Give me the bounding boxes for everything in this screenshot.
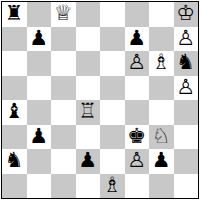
square-e8[interactable] <box>100 2 125 27</box>
square-e3[interactable] <box>100 125 125 150</box>
square-c8[interactable]: ♕ <box>51 2 76 27</box>
square-a3[interactable] <box>2 125 27 150</box>
square-d6[interactable] <box>76 51 101 76</box>
square-f6[interactable]: ♙ <box>125 51 150 76</box>
square-e6[interactable] <box>100 51 125 76</box>
square-a2[interactable]: ♞ <box>2 149 27 174</box>
square-g2[interactable]: ♟ <box>149 149 174 174</box>
square-a8[interactable]: ♜ <box>2 2 27 27</box>
chess-diagram: ♜♕♔♟♟♙♙♗♞♙♝♖♟♚♘♞♟♙♟♗ <box>0 0 202 202</box>
piece-white-king: ♔ <box>176 2 195 26</box>
piece-black-pawn: ♟ <box>29 125 48 149</box>
piece-white-queen: ♕ <box>54 2 73 26</box>
square-d8[interactable] <box>76 2 101 27</box>
square-g6[interactable]: ♗ <box>149 51 174 76</box>
piece-black-bishop: ♝ <box>5 100 24 124</box>
square-f1[interactable] <box>125 174 150 199</box>
square-b6[interactable] <box>27 51 52 76</box>
square-a7[interactable] <box>2 27 27 52</box>
square-b2[interactable] <box>27 149 52 174</box>
square-g7[interactable] <box>149 27 174 52</box>
square-e2[interactable] <box>100 149 125 174</box>
square-g3[interactable]: ♘ <box>149 125 174 150</box>
piece-black-pawn: ♟ <box>127 27 146 51</box>
square-b7[interactable]: ♟ <box>27 27 52 52</box>
square-h3[interactable] <box>174 125 199 150</box>
square-d1[interactable] <box>76 174 101 199</box>
piece-black-knight: ♞ <box>5 149 24 173</box>
square-g1[interactable] <box>149 174 174 199</box>
square-c4[interactable] <box>51 100 76 125</box>
piece-black-knight: ♞ <box>176 51 195 75</box>
square-b4[interactable] <box>27 100 52 125</box>
square-c2[interactable] <box>51 149 76 174</box>
piece-white-pawn: ♙ <box>127 51 146 75</box>
square-b3[interactable]: ♟ <box>27 125 52 150</box>
square-b8[interactable] <box>27 2 52 27</box>
square-c3[interactable] <box>51 125 76 150</box>
chess-board: ♜♕♔♟♟♙♙♗♞♙♝♖♟♚♘♞♟♙♟♗ <box>1 1 199 199</box>
square-e7[interactable] <box>100 27 125 52</box>
piece-black-pawn: ♟ <box>78 149 97 173</box>
square-e5[interactable] <box>100 76 125 101</box>
piece-white-pawn: ♙ <box>176 27 195 51</box>
square-h7[interactable]: ♙ <box>174 27 199 52</box>
square-f4[interactable] <box>125 100 150 125</box>
square-a1[interactable] <box>2 174 27 199</box>
square-h6[interactable]: ♞ <box>174 51 199 76</box>
square-h1[interactable] <box>174 174 199 199</box>
square-h8[interactable]: ♔ <box>174 2 199 27</box>
piece-white-pawn: ♙ <box>127 149 146 173</box>
square-h4[interactable] <box>174 100 199 125</box>
square-c5[interactable] <box>51 76 76 101</box>
square-f3[interactable]: ♚ <box>125 125 150 150</box>
piece-black-rook: ♜ <box>5 2 24 26</box>
square-c1[interactable] <box>51 174 76 199</box>
piece-black-pawn: ♟ <box>152 149 171 173</box>
square-f5[interactable] <box>125 76 150 101</box>
square-f8[interactable] <box>125 2 150 27</box>
piece-white-bishop: ♗ <box>103 174 122 198</box>
square-d5[interactable] <box>76 76 101 101</box>
piece-black-pawn: ♟ <box>29 27 48 51</box>
piece-white-pawn: ♙ <box>176 76 195 100</box>
square-d2[interactable]: ♟ <box>76 149 101 174</box>
square-g8[interactable] <box>149 2 174 27</box>
square-d7[interactable] <box>76 27 101 52</box>
square-b5[interactable] <box>27 76 52 101</box>
square-f2[interactable]: ♙ <box>125 149 150 174</box>
piece-white-rook: ♖ <box>78 100 97 124</box>
square-d4[interactable]: ♖ <box>76 100 101 125</box>
square-f7[interactable]: ♟ <box>125 27 150 52</box>
square-d3[interactable] <box>76 125 101 150</box>
piece-black-king: ♚ <box>127 125 146 149</box>
square-c7[interactable] <box>51 27 76 52</box>
piece-white-bishop: ♗ <box>152 51 171 75</box>
square-a4[interactable]: ♝ <box>2 100 27 125</box>
square-g5[interactable] <box>149 76 174 101</box>
square-e1[interactable]: ♗ <box>100 174 125 199</box>
square-b1[interactable] <box>27 174 52 199</box>
square-a5[interactable] <box>2 76 27 101</box>
square-e4[interactable] <box>100 100 125 125</box>
piece-white-knight: ♘ <box>152 125 171 149</box>
square-h2[interactable] <box>174 149 199 174</box>
square-h5[interactable]: ♙ <box>174 76 199 101</box>
square-c6[interactable] <box>51 51 76 76</box>
square-g4[interactable] <box>149 100 174 125</box>
square-a6[interactable] <box>2 51 27 76</box>
